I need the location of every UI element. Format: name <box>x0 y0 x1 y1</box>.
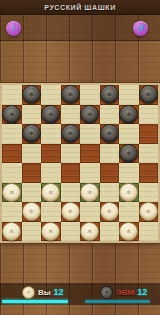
square-b7 <box>22 105 42 125</box>
star-emboss-icon: ✶ <box>27 86 35 103</box>
restart-icon: ↺ <box>137 21 145 36</box>
square-f7 <box>100 105 120 125</box>
square-f4[interactable] <box>100 163 120 183</box>
square-a7[interactable]: ✶ <box>2 105 22 125</box>
piece-black-h8[interactable]: ✶ <box>139 85 158 104</box>
star-emboss-icon: ✶ <box>125 184 133 201</box>
square-e2 <box>80 202 100 222</box>
square-g2 <box>119 202 139 222</box>
square-c2 <box>41 202 61 222</box>
piece-black-f8[interactable]: ✶ <box>100 85 119 104</box>
square-e4 <box>80 163 100 183</box>
square-d6[interactable]: ✶ <box>61 124 81 144</box>
star-emboss-icon: ✶ <box>8 223 16 240</box>
square-a6 <box>2 124 22 144</box>
piece-white-a1[interactable]: ✶ <box>2 222 21 241</box>
square-d3 <box>61 183 81 203</box>
piece-white-h2[interactable]: ✶ <box>139 202 158 221</box>
square-b8[interactable]: ✶ <box>22 85 42 105</box>
square-e1[interactable]: ✶ <box>80 222 100 242</box>
square-g3[interactable]: ✶ <box>119 183 139 203</box>
square-e5[interactable] <box>80 144 100 164</box>
piece-black-g5[interactable]: ✶ <box>119 144 138 163</box>
piece-black-d8[interactable]: ✶ <box>61 85 80 104</box>
square-a1[interactable]: ✶ <box>2 222 22 242</box>
square-h2[interactable]: ✶ <box>139 202 159 222</box>
player-black-count: 12 <box>137 287 147 297</box>
piece-white-e1[interactable]: ✶ <box>80 222 99 241</box>
square-h6[interactable] <box>139 124 159 144</box>
star-emboss-icon: ✶ <box>144 203 152 220</box>
star-emboss-icon: ✶ <box>125 223 133 240</box>
square-c8 <box>41 85 61 105</box>
piece-white-b2[interactable]: ✶ <box>22 202 41 221</box>
info-button[interactable]: i <box>6 21 21 36</box>
star-emboss-icon: ✶ <box>105 86 113 103</box>
star-emboss-icon: ✶ <box>8 106 16 123</box>
piece-white-a3[interactable]: ✶ <box>2 183 21 202</box>
square-f8[interactable]: ✶ <box>100 85 120 105</box>
square-g1[interactable]: ✶ <box>119 222 139 242</box>
square-c6 <box>41 124 61 144</box>
square-b3 <box>22 183 42 203</box>
star-emboss-icon: ✶ <box>66 86 74 103</box>
square-h7 <box>139 105 159 125</box>
square-b4[interactable] <box>22 163 42 183</box>
square-c4 <box>41 163 61 183</box>
square-c5[interactable] <box>41 144 61 164</box>
square-a3[interactable]: ✶ <box>2 183 22 203</box>
player-black-group: ✶ ЭВМ 12 <box>100 285 147 299</box>
square-g6 <box>119 124 139 144</box>
square-d1 <box>61 222 81 242</box>
square-e8 <box>80 85 100 105</box>
piece-white-d2[interactable]: ✶ <box>61 202 80 221</box>
square-g7[interactable]: ✶ <box>119 105 139 125</box>
piece-black-g7[interactable]: ✶ <box>119 105 138 124</box>
star-emboss-icon: ✶ <box>125 145 133 162</box>
square-h5 <box>139 144 159 164</box>
piece-black-d6[interactable]: ✶ <box>61 124 80 143</box>
player-white-label: Вы <box>38 288 51 297</box>
black-timer-bar <box>85 300 150 303</box>
square-c7[interactable]: ✶ <box>41 105 61 125</box>
star-emboss-icon: ✶ <box>104 287 109 298</box>
square-b6[interactable]: ✶ <box>22 124 42 144</box>
square-a2 <box>2 202 22 222</box>
star-emboss-icon: ✶ <box>86 184 94 201</box>
page-title: РУССКИЙ ШАШКИ <box>44 4 116 11</box>
star-emboss-icon: ✶ <box>26 287 31 298</box>
square-b5 <box>22 144 42 164</box>
square-e6 <box>80 124 100 144</box>
square-f2[interactable]: ✶ <box>100 202 120 222</box>
piece-white-c3[interactable]: ✶ <box>41 183 60 202</box>
piece-black-b6[interactable]: ✶ <box>22 124 41 143</box>
square-f1 <box>100 222 120 242</box>
square-c3[interactable]: ✶ <box>41 183 61 203</box>
title-bar: РУССКИЙ ШАШКИ <box>0 0 160 15</box>
square-d7 <box>61 105 81 125</box>
board[interactable]: ✶✶✶✶✶✶✶✶✶✶✶✶✶✶✶✶✶✶✶✶✶✶✶✶ <box>0 83 160 243</box>
square-d8[interactable]: ✶ <box>61 85 81 105</box>
square-h4[interactable] <box>139 163 159 183</box>
square-h8[interactable]: ✶ <box>139 85 159 105</box>
player-black-label: ЭВМ <box>116 288 134 297</box>
piece-black-c7[interactable]: ✶ <box>41 105 60 124</box>
square-b1 <box>22 222 42 242</box>
star-emboss-icon: ✶ <box>27 203 35 220</box>
piece-white-e3[interactable]: ✶ <box>80 183 99 202</box>
square-f5 <box>100 144 120 164</box>
star-emboss-icon: ✶ <box>125 106 133 123</box>
piece-white-c1[interactable]: ✶ <box>41 222 60 241</box>
star-emboss-icon: ✶ <box>105 125 113 142</box>
square-h3 <box>139 183 159 203</box>
app-window: РУССКИЙ ШАШКИ i ↺ ✶✶✶✶✶✶✶✶✶✶✶✶✶✶✶✶✶✶✶✶✶✶… <box>0 0 160 315</box>
square-d2[interactable]: ✶ <box>61 202 81 222</box>
star-emboss-icon: ✶ <box>66 203 74 220</box>
square-g4 <box>119 163 139 183</box>
restart-button[interactable]: ↺ <box>133 21 148 36</box>
black-checker-icon: ✶ <box>100 286 113 299</box>
piece-white-g1[interactable]: ✶ <box>119 222 138 241</box>
player-white-group: ✶ Вы 12 <box>22 285 64 299</box>
square-g8 <box>119 85 139 105</box>
piece-white-f2[interactable]: ✶ <box>100 202 119 221</box>
square-a5[interactable] <box>2 144 22 164</box>
star-emboss-icon: ✶ <box>66 125 74 142</box>
star-emboss-icon: ✶ <box>47 184 55 201</box>
square-g5[interactable]: ✶ <box>119 144 139 164</box>
square-d4[interactable] <box>61 163 81 183</box>
info-icon: i <box>12 21 15 36</box>
white-timer-bar <box>2 300 68 303</box>
piece-black-f6[interactable]: ✶ <box>100 124 119 143</box>
square-e7[interactable]: ✶ <box>80 105 100 125</box>
square-c1[interactable]: ✶ <box>41 222 61 242</box>
square-h1 <box>139 222 159 242</box>
square-f6[interactable]: ✶ <box>100 124 120 144</box>
star-emboss-icon: ✶ <box>105 203 113 220</box>
square-a4 <box>2 163 22 183</box>
star-emboss-icon: ✶ <box>47 223 55 240</box>
square-d5 <box>61 144 81 164</box>
star-emboss-icon: ✶ <box>27 125 35 142</box>
piece-black-a7[interactable]: ✶ <box>2 105 21 124</box>
star-emboss-icon: ✶ <box>86 106 94 123</box>
square-e3[interactable]: ✶ <box>80 183 100 203</box>
piece-black-b8[interactable]: ✶ <box>22 85 41 104</box>
star-emboss-icon: ✶ <box>8 184 16 201</box>
star-emboss-icon: ✶ <box>47 106 55 123</box>
player-white-count: 12 <box>54 287 64 297</box>
star-emboss-icon: ✶ <box>86 223 94 240</box>
star-emboss-icon: ✶ <box>144 86 152 103</box>
square-a8 <box>2 85 22 105</box>
square-f3 <box>100 183 120 203</box>
white-checker-icon: ✶ <box>22 286 35 299</box>
piece-white-g3[interactable]: ✶ <box>119 183 138 202</box>
piece-black-e7[interactable]: ✶ <box>80 105 99 124</box>
square-b2[interactable]: ✶ <box>22 202 42 222</box>
